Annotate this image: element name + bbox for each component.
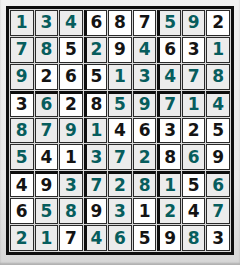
cell-r6c8[interactable]: 6 [182, 144, 206, 170]
cell-r9c4[interactable]: 4 [84, 225, 108, 251]
cell-r2c1[interactable]: 7 [10, 37, 34, 63]
cell-r5c2[interactable]: 7 [35, 118, 59, 144]
cell-r8c7[interactable]: 2 [157, 198, 181, 224]
cell-r7c9[interactable]: 6 [206, 171, 230, 197]
cell-r2c7[interactable]: 6 [157, 37, 181, 63]
cell-r2c5[interactable]: 9 [108, 37, 132, 63]
cell-r9c9[interactable]: 3 [206, 225, 230, 251]
cell-r1c8[interactable]: 9 [182, 10, 206, 36]
cell-r6c3[interactable]: 1 [59, 144, 83, 170]
cell-r3c8[interactable]: 7 [182, 64, 206, 90]
cell-r1c4[interactable]: 6 [84, 10, 108, 36]
cell-r6c1[interactable]: 5 [10, 144, 34, 170]
cell-r2c3[interactable]: 5 [59, 37, 83, 63]
cell-r8c9[interactable]: 7 [206, 198, 230, 224]
cell-r7c4[interactable]: 7 [84, 171, 108, 197]
cell-r9c5[interactable]: 6 [108, 225, 132, 251]
cell-r7c7[interactable]: 1 [157, 171, 181, 197]
cell-r7c2[interactable]: 9 [35, 171, 59, 197]
cell-r3c7[interactable]: 4 [157, 64, 181, 90]
cell-r9c2[interactable]: 1 [35, 225, 59, 251]
cell-r7c3[interactable]: 3 [59, 171, 83, 197]
cell-r4c5[interactable]: 5 [108, 91, 132, 117]
cell-r6c9[interactable]: 9 [206, 144, 230, 170]
cell-r7c1[interactable]: 4 [10, 171, 34, 197]
cell-r9c8[interactable]: 8 [182, 225, 206, 251]
cell-r5c4[interactable]: 1 [84, 118, 108, 144]
cell-r5c8[interactable]: 2 [182, 118, 206, 144]
cell-r2c9[interactable]: 1 [206, 37, 230, 63]
cell-r7c5[interactable]: 2 [108, 171, 132, 197]
cell-r3c9[interactable]: 8 [206, 64, 230, 90]
cell-r3c5[interactable]: 1 [108, 64, 132, 90]
cell-r5c9[interactable]: 5 [206, 118, 230, 144]
cell-r2c2[interactable]: 8 [35, 37, 59, 63]
cell-r8c4[interactable]: 9 [84, 198, 108, 224]
cell-r6c2[interactable]: 4 [35, 144, 59, 170]
cell-r6c4[interactable]: 3 [84, 144, 108, 170]
cell-r8c5[interactable]: 3 [108, 198, 132, 224]
cell-r1c1[interactable]: 1 [10, 10, 34, 36]
cell-r8c2[interactable]: 5 [35, 198, 59, 224]
cell-r3c4[interactable]: 5 [84, 64, 108, 90]
cell-r3c1[interactable]: 9 [10, 64, 34, 90]
cell-r4c8[interactable]: 1 [182, 91, 206, 117]
cell-r9c7[interactable]: 9 [157, 225, 181, 251]
cell-r1c6[interactable]: 7 [133, 10, 157, 36]
cell-r5c3[interactable]: 9 [59, 118, 83, 144]
cell-r2c8[interactable]: 3 [182, 37, 206, 63]
cell-r4c6[interactable]: 9 [133, 91, 157, 117]
cell-r4c2[interactable]: 6 [35, 91, 59, 117]
cell-r2c4[interactable]: 2 [84, 37, 108, 63]
cell-r4c4[interactable]: 8 [84, 91, 108, 117]
cell-r7c6[interactable]: 8 [133, 171, 157, 197]
cell-r1c9[interactable]: 2 [206, 10, 230, 36]
cell-r7c8[interactable]: 5 [182, 171, 206, 197]
cell-r8c8[interactable]: 4 [182, 198, 206, 224]
cell-r6c7[interactable]: 8 [157, 144, 181, 170]
cell-r5c7[interactable]: 3 [157, 118, 181, 144]
cell-r8c6[interactable]: 1 [133, 198, 157, 224]
cell-r8c1[interactable]: 6 [10, 198, 34, 224]
sudoku-widget-frame: 1346875927852946319265134783628597148791… [0, 0, 240, 265]
cell-r6c5[interactable]: 7 [108, 144, 132, 170]
cell-r9c1[interactable]: 2 [10, 225, 34, 251]
sudoku-board: 1346875927852946319265134783628597148791… [6, 6, 234, 255]
cell-r5c1[interactable]: 8 [10, 118, 34, 144]
cell-r1c7[interactable]: 5 [157, 10, 181, 36]
cell-r1c5[interactable]: 8 [108, 10, 132, 36]
cell-r3c2[interactable]: 2 [35, 64, 59, 90]
cell-r8c3[interactable]: 8 [59, 198, 83, 224]
cell-r1c2[interactable]: 3 [35, 10, 59, 36]
cell-r5c6[interactable]: 6 [133, 118, 157, 144]
cell-r9c6[interactable]: 5 [133, 225, 157, 251]
cell-r9c3[interactable]: 7 [59, 225, 83, 251]
cell-r1c3[interactable]: 4 [59, 10, 83, 36]
cell-r4c3[interactable]: 2 [59, 91, 83, 117]
cell-r5c5[interactable]: 4 [108, 118, 132, 144]
cell-r4c1[interactable]: 3 [10, 91, 34, 117]
cell-r2c6[interactable]: 4 [133, 37, 157, 63]
cell-r4c7[interactable]: 7 [157, 91, 181, 117]
cell-r3c6[interactable]: 3 [133, 64, 157, 90]
cell-r6c6[interactable]: 2 [133, 144, 157, 170]
cell-r3c3[interactable]: 6 [59, 64, 83, 90]
cell-r4c9[interactable]: 4 [206, 91, 230, 117]
